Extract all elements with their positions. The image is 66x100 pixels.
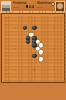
right-player-name: Madeleine (37, 1, 53, 4)
star-point (54, 27, 55, 28)
board-cell[interactable] (62, 79, 65, 83)
left-player-avatar (1, 1, 11, 12)
star-point (54, 69, 55, 70)
board-cell[interactable] (39, 44, 42, 48)
left-player-name: Frederick (13, 1, 27, 4)
board-cell[interactable] (26, 40, 29, 44)
board-cell[interactable] (23, 26, 26, 30)
go-board-grid (4, 16, 66, 83)
board-cell[interactable] (33, 54, 36, 58)
black-stone-icon (26, 5, 28, 7)
star-point (14, 27, 15, 28)
right-player-rating: 2176 (37, 6, 43, 9)
right-player-avatar (55, 1, 65, 12)
board-cell[interactable] (33, 26, 36, 30)
header-bar: Frederick 1570 6-4 Madeleine 2176 (0, 0, 66, 13)
score-text: 6-4 (29, 5, 34, 8)
star-point (14, 48, 15, 49)
star-point (54, 48, 55, 49)
footer-bar (0, 83, 66, 100)
go-app: Frederick 1570 6-4 Madeleine 2176 (0, 0, 66, 100)
star-point (34, 69, 35, 70)
left-player-rating: 1570 (13, 6, 19, 9)
go-board (1, 13, 65, 83)
board-cell[interactable] (39, 51, 42, 55)
board-cell[interactable] (39, 58, 42, 62)
star-point (14, 69, 15, 70)
